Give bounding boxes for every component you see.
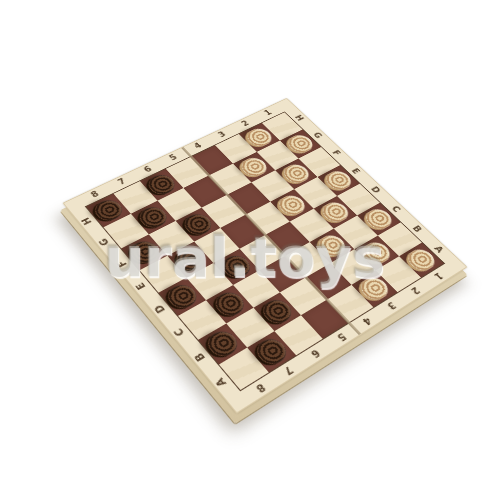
chessboard: HGFEDCBA1122334455667788HGFEDCBA [62, 98, 467, 414]
file-label-bottom-F-text: F [117, 258, 130, 267]
rank-label-left-1-text: 1 [263, 109, 273, 117]
file-label-bottom-B-text: B [194, 351, 208, 362]
file-label-top-A-text: A [433, 245, 445, 254]
rank-label-right-5-text: 5 [335, 332, 348, 343]
rank-label-left-6-text: 6 [143, 166, 154, 175]
file-label-bottom-E-text: E [135, 281, 148, 291]
rank-label-right-1-text: 1 [432, 271, 444, 281]
rank-label-left-5-text: 5 [168, 154, 179, 162]
file-label-top-B-text: B [411, 224, 423, 233]
rank-label-left-3-text: 3 [217, 131, 228, 139]
file-label-bottom-A-text: A [215, 376, 229, 388]
rank-label-left-8-text: 8 [90, 190, 101, 199]
file-label-bottom-C-text: C [174, 327, 188, 338]
file-label-top-C-text: C [390, 205, 402, 213]
file-label-top-F-text: F [331, 149, 342, 156]
file-label-top-D-text: D [370, 186, 382, 195]
rank-label-right-4-text: 4 [361, 316, 373, 327]
file-label-top-G-text: G [312, 131, 324, 139]
file-label-top-H-text: H [293, 114, 305, 122]
file-label-bottom-G-text: G [98, 237, 111, 247]
rank-label-right-8-text: 8 [254, 382, 267, 394]
rank-label-right-2-text: 2 [409, 286, 421, 296]
board-tilt-wrapper: HGFEDCBA1122334455667788HGFEDCBA [62, 98, 467, 414]
file-label-bottom-H-text: H [81, 216, 94, 226]
rank-label-right-7-text: 7 [282, 365, 295, 377]
rank-label-left-2-text: 2 [241, 120, 252, 128]
rank-label-left-7-text: 7 [117, 178, 128, 187]
board-scene: HGFEDCBA1122334455667788HGFEDCBA [99, 69, 431, 401]
file-label-top-E-text: E [350, 167, 361, 175]
rank-label-right-6-text: 6 [309, 348, 322, 359]
file-label-bottom-D-text: D [154, 303, 168, 314]
rank-label-left-4-text: 4 [193, 142, 204, 150]
rank-label-right-3-text: 3 [385, 300, 397, 310]
